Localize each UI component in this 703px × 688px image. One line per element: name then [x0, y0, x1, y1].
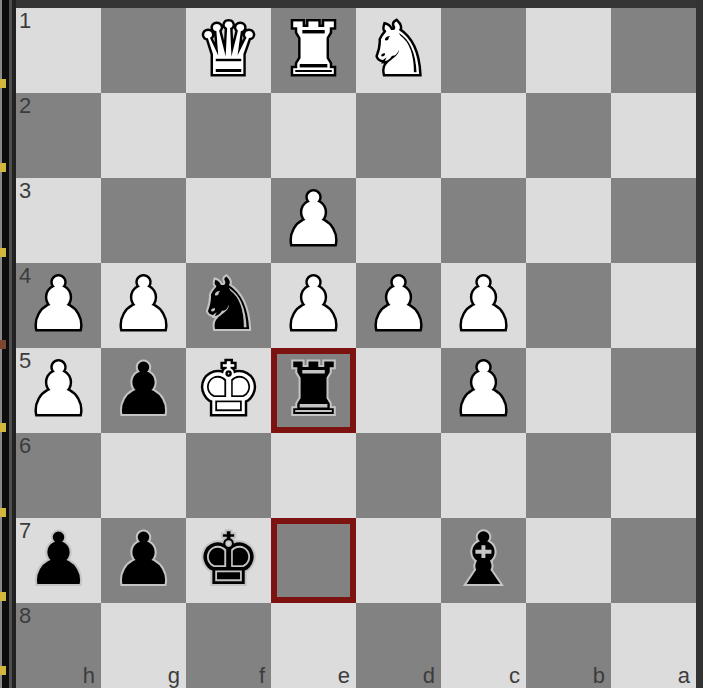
- square-g8[interactable]: g: [101, 603, 186, 688]
- file-label-a: a: [611, 664, 690, 688]
- square-f1[interactable]: ♛: [186, 8, 271, 93]
- white-pawn-d4[interactable]: ♟: [356, 263, 441, 348]
- square-f8[interactable]: f: [186, 603, 271, 688]
- square-g2[interactable]: [101, 93, 186, 178]
- square-c4[interactable]: ♟: [441, 263, 526, 348]
- file-label-h: h: [16, 664, 95, 688]
- square-f4[interactable]: ♞: [186, 263, 271, 348]
- square-c2[interactable]: [441, 93, 526, 178]
- white-king-f5[interactable]: ♚: [186, 348, 271, 433]
- black-bishop-c7[interactable]: ♝: [441, 518, 526, 603]
- black-rook-e5[interactable]: ♜: [271, 348, 356, 433]
- file-label-g: g: [101, 664, 180, 688]
- square-e6[interactable]: [271, 433, 356, 518]
- file-label-d: d: [356, 664, 435, 688]
- black-knight-f4[interactable]: ♞: [186, 263, 271, 348]
- square-a6[interactable]: [611, 433, 696, 518]
- square-b3[interactable]: [526, 178, 611, 263]
- rank-label-5: 5: [19, 349, 31, 373]
- rank-label-7: 7: [19, 519, 31, 543]
- square-f2[interactable]: [186, 93, 271, 178]
- square-d5[interactable]: [356, 348, 441, 433]
- square-b7[interactable]: [526, 518, 611, 603]
- square-a8[interactable]: a: [611, 603, 696, 688]
- white-pawn-c4[interactable]: ♟: [441, 263, 526, 348]
- square-c5[interactable]: ♟: [441, 348, 526, 433]
- square-h1[interactable]: 1: [16, 8, 101, 93]
- square-e5[interactable]: ♜: [271, 348, 356, 433]
- file-label-e: e: [271, 664, 350, 688]
- square-b8[interactable]: b: [526, 603, 611, 688]
- square-e4[interactable]: ♟: [271, 263, 356, 348]
- rank-label-3: 3: [19, 179, 31, 203]
- white-queen-f1[interactable]: ♛: [186, 8, 271, 93]
- square-e1[interactable]: ♜: [271, 8, 356, 93]
- rank-label-8: 8: [19, 604, 31, 628]
- square-h5[interactable]: 5♟: [16, 348, 101, 433]
- black-pawn-g7[interactable]: ♟: [101, 518, 186, 603]
- side-tick-8: [0, 666, 6, 675]
- square-a7[interactable]: [611, 518, 696, 603]
- square-f6[interactable]: [186, 433, 271, 518]
- board-top-border: [0, 0, 703, 8]
- square-h4[interactable]: 4♟: [16, 263, 101, 348]
- chess-app-screen: 1♛♜♞23♟4♟♟♞♟♟♟5♟♟♚♜♟67♟♟♚♝8hgfedcba: [0, 0, 703, 688]
- side-tick-4: [0, 340, 6, 349]
- square-c7[interactable]: ♝: [441, 518, 526, 603]
- rank-label-4: 4: [19, 264, 31, 288]
- square-a3[interactable]: [611, 178, 696, 263]
- file-label-c: c: [441, 664, 520, 688]
- side-tick-6: [0, 508, 6, 517]
- square-c1[interactable]: [441, 8, 526, 93]
- square-h2[interactable]: 2: [16, 93, 101, 178]
- square-d6[interactable]: [356, 433, 441, 518]
- side-tick-1: [0, 79, 6, 88]
- side-tick-5: [0, 423, 6, 432]
- square-h3[interactable]: 3: [16, 178, 101, 263]
- square-d7[interactable]: [356, 518, 441, 603]
- square-e3[interactable]: ♟: [271, 178, 356, 263]
- square-g3[interactable]: [101, 178, 186, 263]
- chess-board[interactable]: 1♛♜♞23♟4♟♟♞♟♟♟5♟♟♚♜♟67♟♟♚♝8hgfedcba: [16, 8, 696, 688]
- square-b5[interactable]: [526, 348, 611, 433]
- square-d1[interactable]: ♞: [356, 8, 441, 93]
- square-g6[interactable]: [101, 433, 186, 518]
- square-d4[interactable]: ♟: [356, 263, 441, 348]
- square-e7[interactable]: [271, 518, 356, 603]
- square-h7[interactable]: 7♟: [16, 518, 101, 603]
- square-b6[interactable]: [526, 433, 611, 518]
- side-tick-7: [0, 592, 6, 601]
- square-h6[interactable]: 6: [16, 433, 101, 518]
- white-knight-d1[interactable]: ♞: [356, 8, 441, 93]
- square-f5[interactable]: ♚: [186, 348, 271, 433]
- square-a5[interactable]: [611, 348, 696, 433]
- side-tick-2: [0, 163, 6, 172]
- square-a4[interactable]: [611, 263, 696, 348]
- board-right-border: [696, 0, 703, 688]
- white-pawn-e4[interactable]: ♟: [271, 263, 356, 348]
- rank-label-1: 1: [19, 9, 31, 33]
- square-g5[interactable]: ♟: [101, 348, 186, 433]
- square-g1[interactable]: [101, 8, 186, 93]
- square-f3[interactable]: [186, 178, 271, 263]
- square-c6[interactable]: [441, 433, 526, 518]
- white-pawn-e3[interactable]: ♟: [271, 178, 356, 263]
- file-label-b: b: [526, 664, 605, 688]
- square-c8[interactable]: c: [441, 603, 526, 688]
- square-b2[interactable]: [526, 93, 611, 178]
- white-pawn-g4[interactable]: ♟: [101, 263, 186, 348]
- black-king-f7[interactable]: ♚: [186, 518, 271, 603]
- square-e2[interactable]: [271, 93, 356, 178]
- square-d3[interactable]: [356, 178, 441, 263]
- square-g4[interactable]: ♟: [101, 263, 186, 348]
- square-b4[interactable]: [526, 263, 611, 348]
- side-marker-strip: [0, 0, 16, 688]
- white-rook-e1[interactable]: ♜: [271, 8, 356, 93]
- square-g7[interactable]: ♟: [101, 518, 186, 603]
- black-pawn-g5[interactable]: ♟: [101, 348, 186, 433]
- square-a1[interactable]: [611, 8, 696, 93]
- square-c3[interactable]: [441, 178, 526, 263]
- square-b1[interactable]: [526, 8, 611, 93]
- square-e8[interactable]: e: [271, 603, 356, 688]
- rank-label-6: 6: [19, 434, 31, 458]
- square-a2[interactable]: [611, 93, 696, 178]
- side-tick-3: [0, 248, 6, 257]
- square-d2[interactable]: [356, 93, 441, 178]
- rank-label-2: 2: [19, 94, 31, 118]
- square-f7[interactable]: ♚: [186, 518, 271, 603]
- square-d8[interactable]: d: [356, 603, 441, 688]
- square-h8[interactable]: 8h: [16, 603, 101, 688]
- white-pawn-c5[interactable]: ♟: [441, 348, 526, 433]
- file-label-f: f: [186, 664, 265, 688]
